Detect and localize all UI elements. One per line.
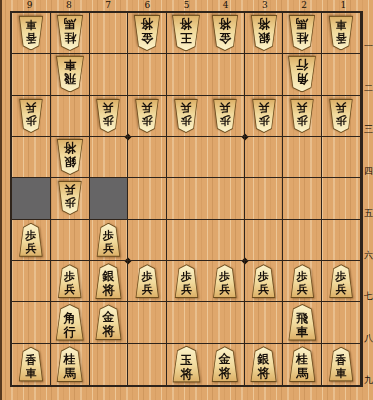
piece-kanji: 兵	[336, 283, 347, 296]
piece-sente-knight[interactable]: 桂馬	[55, 346, 84, 382]
square-4三[interactable]: 歩兵	[206, 96, 245, 137]
piece-gote-pawn[interactable]: 歩兵	[212, 99, 238, 133]
rank-label-1: 一	[364, 11, 373, 53]
rank-label-5: 五	[364, 178, 373, 220]
square-6五[interactable]	[128, 178, 167, 219]
piece-face: 角行	[55, 305, 84, 340]
square-4四[interactable]	[206, 137, 245, 178]
rank-labels: 一二三四五六七八九	[364, 11, 373, 387]
file-label-5: 5	[167, 0, 206, 11]
piece-face: 歩兵	[329, 100, 353, 132]
rank-label-2: 二	[364, 53, 373, 95]
square-8四[interactable]: 銀将	[51, 137, 90, 178]
file-label-6: 6	[128, 0, 167, 11]
piece-face: 桂馬	[289, 16, 316, 50]
piece-face: 歩兵	[213, 100, 237, 132]
piece-sente-lance[interactable]: 香車	[328, 347, 355, 382]
file-label-2: 2	[285, 0, 324, 11]
piece-sente-silver[interactable]: 銀将	[249, 346, 278, 382]
square-6三[interactable]: 歩兵	[128, 96, 167, 137]
file-label-3: 3	[245, 0, 284, 11]
square-6六[interactable]	[128, 220, 167, 261]
piece-kanji: 歩	[219, 114, 230, 127]
piece-face: 歩兵	[252, 265, 276, 297]
piece-kanji: 銀	[64, 155, 76, 169]
rank-label-9: 九	[364, 345, 373, 387]
square-2三[interactable]: 歩兵	[283, 96, 322, 137]
file-label-9: 9	[10, 0, 49, 11]
rank-label-4: 四	[364, 136, 373, 178]
square-4二[interactable]	[206, 54, 245, 95]
piece-kanji: 車	[336, 367, 347, 380]
piece-face: 歩兵	[58, 265, 82, 297]
piece-kanji: 歩	[336, 114, 347, 127]
piece-kanji: 車	[64, 58, 76, 72]
piece-kanji: 歩	[103, 229, 114, 242]
piece-kanji: 角	[64, 311, 76, 325]
square-5三[interactable]: 歩兵	[167, 96, 206, 137]
square-8七[interactable]: 歩兵	[51, 261, 90, 302]
piece-kanji: 馬	[296, 17, 308, 31]
piece-kanji: 歩	[258, 270, 269, 283]
piece-face: 歩兵	[19, 224, 43, 256]
square-9三[interactable]: 歩兵	[12, 96, 51, 137]
square-1六[interactable]	[322, 220, 361, 261]
file-label-8: 8	[49, 0, 88, 11]
piece-kanji: 将	[141, 17, 153, 31]
piece-sente-pawn[interactable]: 歩兵	[18, 223, 44, 257]
piece-face: 銀将	[56, 140, 83, 174]
piece-face: 歩兵	[174, 265, 198, 297]
square-2一[interactable]: 桂馬	[283, 13, 322, 54]
shogi-app-window: 987654321 一二三四五六七八九 香車桂馬金将王将金将銀将桂馬香車飛車角行…	[0, 0, 373, 400]
square-9九[interactable]: 香車	[12, 344, 51, 385]
piece-kanji: 銀	[258, 352, 270, 366]
piece-sente-pawn[interactable]: 歩兵	[289, 264, 315, 298]
piece-gote-rook[interactable]: 飛車	[54, 56, 85, 93]
piece-sente-pawn[interactable]: 歩兵	[328, 264, 354, 298]
piece-kanji: 将	[64, 141, 76, 155]
piece-kanji: 歩	[336, 270, 347, 283]
piece-gote-silver[interactable]: 銀将	[55, 139, 84, 175]
square-1二[interactable]	[322, 54, 361, 95]
square-2五[interactable]	[283, 178, 322, 219]
square-8三[interactable]	[51, 96, 90, 137]
square-7三[interactable]: 歩兵	[90, 96, 129, 137]
square-9四[interactable]	[12, 137, 51, 178]
piece-kanji: 兵	[142, 101, 153, 114]
piece-kanji: 金	[219, 352, 231, 366]
piece-kanji: 兵	[336, 101, 347, 114]
piece-kanji: 兵	[297, 101, 308, 114]
piece-gote-pawn[interactable]: 歩兵	[95, 99, 121, 133]
piece-sente-knight[interactable]: 桂馬	[288, 346, 317, 382]
piece-sente-rook[interactable]: 飛車	[287, 304, 318, 341]
piece-kanji: 兵	[142, 283, 153, 296]
piece-kanji: 歩	[103, 114, 114, 127]
board-grid: 香車桂馬金将王将金将銀将桂馬香車飛車角行歩兵歩兵歩兵歩兵歩兵歩兵歩兵歩兵銀将歩兵…	[10, 11, 363, 387]
square-8九[interactable]: 桂馬	[51, 344, 90, 385]
square-1八[interactable]	[322, 302, 361, 343]
piece-kanji: 飛	[64, 72, 76, 86]
piece-gote-gold[interactable]: 金将	[133, 15, 162, 51]
piece-face: 金将	[95, 305, 122, 339]
piece-face: 歩兵	[290, 100, 314, 132]
square-9六[interactable]: 歩兵	[12, 220, 51, 261]
square-4一[interactable]: 金将	[206, 13, 245, 54]
square-1九[interactable]: 香車	[322, 344, 361, 385]
piece-kanji: 桂	[64, 352, 76, 366]
square-9七[interactable]	[12, 261, 51, 302]
piece-gote-pawn[interactable]: 歩兵	[18, 99, 44, 133]
square-3六[interactable]	[245, 220, 284, 261]
piece-kanji: 兵	[64, 183, 75, 196]
piece-kanji: 将	[258, 366, 270, 380]
piece-kanji: 香	[25, 354, 36, 367]
square-6二[interactable]	[128, 54, 167, 95]
piece-kanji: 兵	[219, 101, 230, 114]
piece-kanji: 歩	[181, 270, 192, 283]
piece-face: 金将	[211, 347, 238, 381]
square-6四[interactable]	[128, 137, 167, 178]
square-5四[interactable]	[167, 137, 206, 178]
piece-kanji: 歩	[258, 114, 269, 127]
piece-kanji: 歩	[297, 270, 308, 283]
piece-sente-silver[interactable]: 銀将	[94, 263, 123, 299]
piece-kanji: 歩	[64, 270, 75, 283]
square-3五[interactable]	[245, 178, 284, 219]
piece-kanji: 兵	[219, 283, 230, 296]
square-4九[interactable]: 金将	[206, 344, 245, 385]
square-2七[interactable]: 歩兵	[283, 261, 322, 302]
square-9八[interactable]	[12, 302, 51, 343]
square-3四[interactable]	[245, 137, 284, 178]
square-4七[interactable]: 歩兵	[206, 261, 245, 302]
piece-kanji: 香	[25, 31, 36, 44]
piece-kanji: 歩	[219, 270, 230, 283]
square-7九[interactable]	[90, 344, 129, 385]
square-4六[interactable]	[206, 220, 245, 261]
piece-face: 歩兵	[135, 265, 159, 297]
square-1一[interactable]: 香車	[322, 13, 361, 54]
square-7二[interactable]	[90, 54, 129, 95]
square-3八[interactable]	[245, 302, 284, 343]
square-5二[interactable]	[167, 54, 206, 95]
piece-kanji: 桂	[296, 31, 308, 45]
piece-sente-pawn[interactable]: 歩兵	[251, 264, 277, 298]
square-2二[interactable]: 角行	[283, 54, 322, 95]
square-5一[interactable]: 王将	[167, 13, 206, 54]
piece-face: 香車	[18, 17, 43, 50]
square-3二[interactable]	[245, 54, 284, 95]
piece-kanji: 行	[64, 325, 76, 339]
piece-gote-king[interactable]: 王将	[171, 15, 202, 52]
piece-kanji: 将	[258, 17, 270, 31]
piece-gote-lance[interactable]: 香車	[17, 16, 44, 51]
piece-gote-pawn[interactable]: 歩兵	[173, 99, 199, 133]
square-9五[interactable]	[12, 178, 51, 219]
piece-gote-knight[interactable]: 桂馬	[55, 15, 84, 51]
file-label-7: 7	[88, 0, 127, 11]
rank-label-6: 六	[364, 220, 373, 262]
piece-kanji: 銀	[102, 269, 114, 283]
square-4五[interactable]	[206, 178, 245, 219]
square-9二[interactable]	[12, 54, 51, 95]
piece-kanji: 桂	[64, 31, 76, 45]
piece-face: 金将	[134, 16, 161, 50]
square-1七[interactable]: 歩兵	[322, 261, 361, 302]
square-9一[interactable]: 香車	[12, 13, 51, 54]
file-label-4: 4	[206, 0, 245, 11]
piece-kanji: 金	[102, 310, 114, 324]
piece-kanji: 兵	[181, 283, 192, 296]
piece-kanji: 馬	[296, 366, 308, 380]
piece-face: 角行	[288, 57, 317, 92]
square-4八[interactable]	[206, 302, 245, 343]
square-8一[interactable]: 桂馬	[51, 13, 90, 54]
square-7一[interactable]	[90, 13, 129, 54]
rank-label-8: 八	[364, 303, 373, 345]
piece-sente-bishop[interactable]: 角行	[54, 304, 85, 341]
square-5六[interactable]	[167, 220, 206, 261]
piece-kanji: 歩	[25, 114, 36, 127]
piece-face: 銀将	[95, 264, 122, 298]
square-8八[interactable]: 角行	[51, 302, 90, 343]
square-5八[interactable]	[167, 302, 206, 343]
piece-sente-pawn[interactable]: 歩兵	[57, 264, 83, 298]
piece-kanji: 兵	[103, 101, 114, 114]
piece-kanji: 歩	[142, 270, 153, 283]
piece-face: 桂馬	[56, 16, 83, 50]
piece-kanji: 香	[336, 354, 347, 367]
square-5九[interactable]: 玉将	[167, 344, 206, 385]
piece-sente-pawn[interactable]: 歩兵	[134, 264, 160, 298]
piece-gote-knight[interactable]: 桂馬	[288, 15, 317, 51]
rank-label-7: 七	[364, 262, 373, 304]
piece-kanji: 車	[25, 367, 36, 380]
piece-kanji: 行	[296, 58, 308, 72]
square-2六[interactable]	[283, 220, 322, 261]
piece-gote-pawn[interactable]: 歩兵	[57, 181, 83, 215]
piece-kanji: 飛	[296, 311, 308, 325]
piece-face: 歩兵	[135, 100, 159, 132]
square-5五[interactable]	[167, 178, 206, 219]
square-5七[interactable]: 歩兵	[167, 261, 206, 302]
square-7五[interactable]	[90, 178, 129, 219]
piece-kanji: 兵	[103, 242, 114, 255]
piece-kanji: 車	[296, 325, 308, 339]
piece-kanji: 将	[180, 17, 192, 31]
rank-label-3: 三	[364, 95, 373, 137]
file-label-1: 1	[324, 0, 363, 11]
piece-kanji: 将	[219, 366, 231, 380]
square-6九[interactable]	[128, 344, 167, 385]
piece-face: 香車	[18, 348, 43, 381]
file-labels: 987654321	[10, 0, 363, 11]
square-7八[interactable]: 金将	[90, 302, 129, 343]
window-edge	[0, 0, 2, 400]
piece-kanji: 銀	[258, 31, 270, 45]
piece-kanji: 王	[180, 31, 192, 45]
piece-kanji: 兵	[297, 283, 308, 296]
piece-kanji: 角	[296, 72, 308, 86]
piece-face: 香車	[329, 348, 354, 381]
piece-kanji: 車	[336, 18, 347, 31]
piece-kanji: 歩	[25, 229, 36, 242]
square-2四[interactable]	[283, 137, 322, 178]
square-2九[interactable]: 桂馬	[283, 344, 322, 385]
square-6八[interactable]	[128, 302, 167, 343]
piece-gote-silver[interactable]: 銀将	[249, 15, 278, 51]
piece-gote-pawn[interactable]: 歩兵	[134, 99, 160, 133]
piece-kanji: 馬	[64, 366, 76, 380]
piece-kanji: 将	[102, 324, 114, 338]
piece-face: 飛車	[55, 57, 84, 92]
piece-gote-pawn[interactable]: 歩兵	[251, 99, 277, 133]
piece-kanji: 金	[219, 31, 231, 45]
square-7七[interactable]: 銀将	[90, 261, 129, 302]
piece-kanji: 歩	[297, 114, 308, 127]
piece-face: 歩兵	[96, 224, 120, 256]
piece-kanji: 将	[180, 367, 192, 381]
square-3七[interactable]: 歩兵	[245, 261, 284, 302]
piece-face: 銀将	[250, 347, 277, 381]
piece-gote-gold[interactable]: 金将	[210, 15, 239, 51]
piece-kanji: 歩	[142, 114, 153, 127]
square-1五[interactable]	[322, 178, 361, 219]
piece-kanji: 金	[141, 31, 153, 45]
piece-kanji: 玉	[180, 353, 192, 367]
square-6一[interactable]: 金将	[128, 13, 167, 54]
piece-sente-gold[interactable]: 金将	[94, 304, 123, 340]
square-2八[interactable]: 飛車	[283, 302, 322, 343]
piece-sente-lance[interactable]: 香車	[17, 347, 44, 382]
piece-kanji: 桂	[296, 352, 308, 366]
piece-kanji: 兵	[258, 283, 269, 296]
piece-kanji: 兵	[258, 101, 269, 114]
square-1四[interactable]	[322, 137, 361, 178]
piece-gote-lance[interactable]: 香車	[328, 16, 355, 51]
piece-sente-pawn[interactable]: 歩兵	[95, 223, 121, 257]
piece-kanji: 兵	[64, 283, 75, 296]
piece-kanji: 兵	[25, 242, 36, 255]
piece-kanji: 将	[219, 17, 231, 31]
piece-kanji: 香	[336, 31, 347, 44]
piece-face: 桂馬	[56, 347, 83, 381]
piece-face: 玉将	[172, 347, 201, 382]
piece-kanji: 兵	[25, 101, 36, 114]
piece-kanji: 車	[25, 18, 36, 31]
square-7六[interactable]: 歩兵	[90, 220, 129, 261]
square-8二[interactable]: 飛車	[51, 54, 90, 95]
piece-sente-gold[interactable]: 金将	[210, 346, 239, 382]
piece-gote-pawn[interactable]: 歩兵	[328, 99, 354, 133]
piece-face: 歩兵	[19, 100, 43, 132]
piece-gote-pawn[interactable]: 歩兵	[289, 99, 315, 133]
piece-face: 香車	[329, 17, 354, 50]
piece-face: 歩兵	[329, 265, 353, 297]
piece-kanji: 歩	[181, 114, 192, 127]
square-8五[interactable]: 歩兵	[51, 178, 90, 219]
square-1三[interactable]: 歩兵	[322, 96, 361, 137]
square-3一[interactable]: 銀将	[245, 13, 284, 54]
square-8六[interactable]	[51, 220, 90, 261]
square-7四[interactable]	[90, 137, 129, 178]
square-6七[interactable]: 歩兵	[128, 261, 167, 302]
piece-gote-bishop[interactable]: 角行	[287, 56, 318, 93]
piece-kanji: 兵	[181, 101, 192, 114]
square-3九[interactable]: 銀将	[245, 344, 284, 385]
piece-face: 飛車	[288, 305, 317, 340]
piece-face: 桂馬	[289, 347, 316, 381]
square-3三[interactable]: 歩兵	[245, 96, 284, 137]
piece-face: 歩兵	[213, 265, 237, 297]
piece-sente-pawn[interactable]: 歩兵	[212, 264, 238, 298]
piece-kanji: 将	[102, 283, 114, 297]
piece-kanji: 馬	[64, 17, 76, 31]
piece-face: 歩兵	[290, 265, 314, 297]
piece-kanji: 歩	[64, 196, 75, 209]
piece-sente-pawn[interactable]: 歩兵	[173, 264, 199, 298]
piece-face: 金将	[211, 16, 238, 50]
piece-sente-king[interactable]: 玉将	[171, 346, 202, 383]
